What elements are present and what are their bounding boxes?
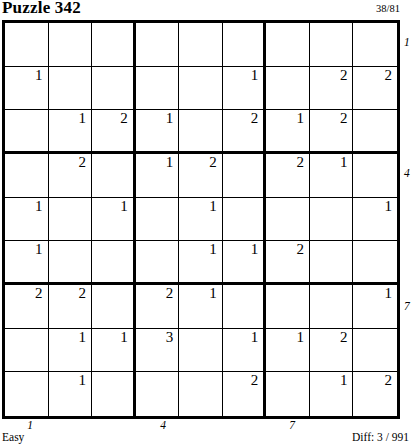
cell-r1c5[interactable] xyxy=(179,23,223,67)
row-label-7: 7 xyxy=(404,300,410,312)
clue-r8c2: 1 xyxy=(49,329,93,373)
difficulty-label: Easy xyxy=(2,431,24,444)
clue-counter: 38/81 xyxy=(376,3,400,15)
clue-r7c5: 1 xyxy=(179,285,223,329)
cell-r8c5[interactable] xyxy=(179,329,223,373)
clue-r8c8: 2 xyxy=(310,329,354,373)
clue-r5c5: 1 xyxy=(179,198,223,242)
cell-r2c4[interactable] xyxy=(136,67,180,111)
cell-r1c7[interactable] xyxy=(266,23,310,67)
cell-r4c3[interactable] xyxy=(92,154,136,198)
page-title: Puzzle 342 xyxy=(2,0,81,18)
cell-r2c2[interactable] xyxy=(49,67,93,111)
clue-r3c8: 2 xyxy=(310,110,354,154)
cell-r5c4[interactable] xyxy=(136,198,180,242)
cell-r1c1[interactable] xyxy=(5,23,49,67)
clue-r4c8: 1 xyxy=(310,154,354,198)
cell-r1c3[interactable] xyxy=(92,23,136,67)
cell-r8c9[interactable] xyxy=(353,329,397,373)
cell-r8c1[interactable] xyxy=(5,329,49,373)
clue-r5c9: 1 xyxy=(353,198,397,242)
row-label-4: 4 xyxy=(404,167,410,179)
clue-r2c9: 2 xyxy=(353,67,397,111)
cell-r1c9[interactable] xyxy=(353,23,397,67)
clue-r9c6: 2 xyxy=(223,372,267,416)
cell-r6c4[interactable] xyxy=(136,241,180,285)
clue-r2c8: 2 xyxy=(310,67,354,111)
cell-r9c3[interactable] xyxy=(92,372,136,416)
cell-r5c6[interactable] xyxy=(223,198,267,242)
cell-r2c3[interactable] xyxy=(92,67,136,111)
cell-r9c5[interactable] xyxy=(179,372,223,416)
cell-r1c2[interactable] xyxy=(49,23,93,67)
clue-r4c2: 2 xyxy=(49,154,93,198)
clue-r7c9: 1 xyxy=(353,285,397,329)
cell-r7c8[interactable] xyxy=(310,285,354,329)
cell-r7c3[interactable] xyxy=(92,285,136,329)
cell-r7c7[interactable] xyxy=(266,285,310,329)
cell-r1c8[interactable] xyxy=(310,23,354,67)
clue-r8c4: 3 xyxy=(136,329,180,373)
cell-r4c1[interactable] xyxy=(5,154,49,198)
clue-r6c6: 1 xyxy=(223,241,267,285)
puzzle-page: Puzzle 342 38/81 11221212122122111111112… xyxy=(0,0,412,446)
cell-r6c9[interactable] xyxy=(353,241,397,285)
clue-r3c6: 2 xyxy=(223,110,267,154)
cell-r6c8[interactable] xyxy=(310,241,354,285)
clue-r7c4: 2 xyxy=(136,285,180,329)
clue-r2c1: 1 xyxy=(5,67,49,111)
clue-r3c3: 2 xyxy=(92,110,136,154)
clue-r6c1: 1 xyxy=(5,241,49,285)
cell-r1c4[interactable] xyxy=(136,23,180,67)
cell-r3c1[interactable] xyxy=(5,110,49,154)
clue-r5c1: 1 xyxy=(5,198,49,242)
clue-r4c7: 2 xyxy=(266,154,310,198)
col-label-7: 7 xyxy=(289,420,295,431)
cell-r4c9[interactable] xyxy=(353,154,397,198)
clue-r7c2: 2 xyxy=(49,285,93,329)
clue-r9c2: 1 xyxy=(49,372,93,416)
cell-r7c6[interactable] xyxy=(223,285,267,329)
cell-r6c3[interactable] xyxy=(92,241,136,285)
clue-r4c5: 2 xyxy=(179,154,223,198)
clue-r6c5: 1 xyxy=(179,241,223,285)
cell-r5c7[interactable] xyxy=(266,198,310,242)
cell-r3c9[interactable] xyxy=(353,110,397,154)
clue-r3c7: 1 xyxy=(266,110,310,154)
cell-r2c5[interactable] xyxy=(179,67,223,111)
cell-r9c4[interactable] xyxy=(136,372,180,416)
clue-r8c3: 1 xyxy=(92,329,136,373)
cell-r9c7[interactable] xyxy=(266,372,310,416)
clue-r3c4: 1 xyxy=(136,110,180,154)
cell-r3c5[interactable] xyxy=(179,110,223,154)
clue-r6c7: 2 xyxy=(266,241,310,285)
cell-r4c6[interactable] xyxy=(223,154,267,198)
clue-r4c4: 1 xyxy=(136,154,180,198)
col-label-4: 4 xyxy=(160,420,166,431)
clue-r9c9: 2 xyxy=(353,372,397,416)
cell-r9c1[interactable] xyxy=(5,372,49,416)
clue-r8c7: 1 xyxy=(266,329,310,373)
clue-r5c3: 1 xyxy=(92,198,136,242)
cell-r6c2[interactable] xyxy=(49,241,93,285)
cell-r5c2[interactable] xyxy=(49,198,93,242)
clue-r2c6: 1 xyxy=(223,67,267,111)
clue-r9c8: 1 xyxy=(310,372,354,416)
clue-r8c6: 1 xyxy=(223,329,267,373)
cell-r1c6[interactable] xyxy=(223,23,267,67)
col-label-1: 1 xyxy=(27,420,33,431)
diff-stat: Diff: 3 / 991 xyxy=(352,431,409,444)
cell-r5c8[interactable] xyxy=(310,198,354,242)
clue-r7c1: 2 xyxy=(5,285,49,329)
row-label-1: 1 xyxy=(404,36,410,48)
puzzle-grid: 11221212122122111111112222111131121212 xyxy=(2,20,400,419)
clue-r3c2: 1 xyxy=(49,110,93,154)
cell-r2c7[interactable] xyxy=(266,67,310,111)
